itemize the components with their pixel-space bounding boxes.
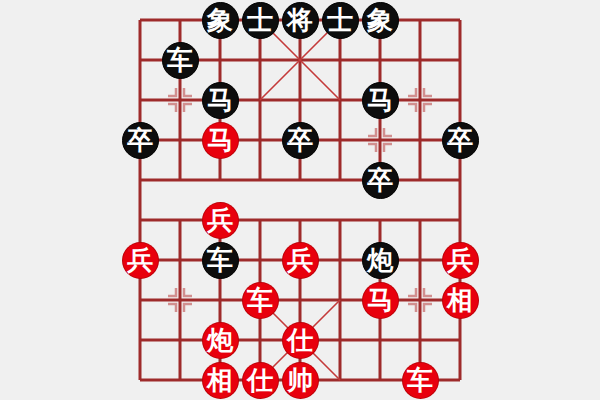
piece-red-soldier[interactable]: 兵 xyxy=(122,242,159,279)
piece-black-soldier[interactable]: 卒 xyxy=(282,122,319,159)
piece-black-elephant[interactable]: 象 xyxy=(362,2,399,39)
piece-red-elephant[interactable]: 相 xyxy=(442,282,479,319)
piece-black-advisor[interactable]: 士 xyxy=(242,2,279,39)
piece-black-soldier[interactable]: 卒 xyxy=(362,162,399,199)
piece-red-horse[interactable]: 马 xyxy=(362,282,399,319)
pieces-grid[interactable]: 象士将士象车马马卒马卒卒卒兵兵车兵炮兵车马相炮仕相仕帅车 xyxy=(120,0,480,400)
piece-red-horse[interactable]: 马 xyxy=(202,122,239,159)
piece-black-general[interactable]: 将 xyxy=(282,2,319,39)
xiangqi-board[interactable]: 象士将士象车马马卒马卒卒卒兵兵车兵炮兵车马相炮仕相仕帅车 xyxy=(0,0,600,400)
piece-red-chariot[interactable]: 车 xyxy=(242,282,279,319)
piece-red-general[interactable]: 帅 xyxy=(282,362,319,399)
piece-red-cannon[interactable]: 炮 xyxy=(202,322,239,359)
piece-red-chariot[interactable]: 车 xyxy=(402,362,439,399)
piece-black-soldier[interactable]: 卒 xyxy=(442,122,479,159)
piece-red-advisor[interactable]: 仕 xyxy=(242,362,279,399)
piece-black-soldier[interactable]: 卒 xyxy=(122,122,159,159)
piece-red-soldier[interactable]: 兵 xyxy=(202,202,239,239)
piece-black-horse[interactable]: 马 xyxy=(362,82,399,119)
piece-black-horse[interactable]: 马 xyxy=(202,82,239,119)
piece-black-chariot[interactable]: 车 xyxy=(202,242,239,279)
piece-red-soldier[interactable]: 兵 xyxy=(442,242,479,279)
piece-black-cannon[interactable]: 炮 xyxy=(362,242,399,279)
piece-black-chariot[interactable]: 车 xyxy=(162,42,199,79)
piece-black-advisor[interactable]: 士 xyxy=(322,2,359,39)
piece-red-advisor[interactable]: 仕 xyxy=(282,322,319,359)
piece-red-elephant[interactable]: 相 xyxy=(202,362,239,399)
piece-black-elephant[interactable]: 象 xyxy=(202,2,239,39)
piece-red-soldier[interactable]: 兵 xyxy=(282,242,319,279)
